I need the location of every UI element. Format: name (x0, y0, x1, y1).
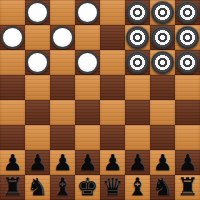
square-e7[interactable] (100, 25, 125, 50)
square-g3[interactable] (150, 125, 175, 150)
square-d8[interactable] (75, 0, 100, 25)
black-pawn[interactable]: ♟ (128, 150, 148, 175)
square-g4[interactable] (150, 100, 175, 125)
white-checker-king[interactable] (126, 51, 149, 74)
square-c3[interactable] (50, 125, 75, 150)
square-g2[interactable]: ♟ (150, 150, 175, 175)
white-checker-king[interactable] (176, 1, 199, 24)
square-a4[interactable] (0, 100, 25, 125)
square-c6[interactable] (50, 50, 75, 75)
square-f4[interactable] (125, 100, 150, 125)
white-checker-man[interactable] (76, 1, 99, 24)
square-b3[interactable] (25, 125, 50, 150)
white-checker-man[interactable] (76, 51, 99, 74)
square-e4[interactable] (100, 100, 125, 125)
square-d1[interactable]: ♚ (75, 175, 100, 200)
black-rook[interactable]: ♜ (177, 175, 199, 200)
white-checker-king[interactable] (126, 1, 149, 24)
square-b1[interactable]: ♞ (25, 175, 50, 200)
square-a2[interactable]: ♟ (0, 150, 25, 175)
square-g6[interactable] (150, 50, 175, 75)
square-b5[interactable] (25, 75, 50, 100)
square-h4[interactable] (175, 100, 200, 125)
square-e1[interactable]: ♛ (100, 175, 125, 200)
white-checker-king[interactable] (126, 26, 149, 49)
square-h7[interactable] (175, 25, 200, 50)
square-a1[interactable]: ♜ (0, 175, 25, 200)
square-d4[interactable] (75, 100, 100, 125)
square-a6[interactable] (0, 50, 25, 75)
square-c4[interactable] (50, 100, 75, 125)
black-rook[interactable]: ♜ (2, 175, 24, 200)
black-pawn[interactable]: ♟ (78, 150, 98, 175)
white-checker-king[interactable] (176, 51, 199, 74)
square-c1[interactable]: ♝ (50, 175, 75, 200)
white-checker-man[interactable] (51, 26, 74, 49)
square-e6[interactable] (100, 50, 125, 75)
square-f7[interactable] (125, 25, 150, 50)
square-h1[interactable]: ♜ (175, 175, 200, 200)
black-knight[interactable]: ♞ (152, 175, 174, 200)
square-d7[interactable] (75, 25, 100, 50)
square-a3[interactable] (0, 125, 25, 150)
square-h3[interactable] (175, 125, 200, 150)
white-checker-king[interactable] (151, 26, 174, 49)
square-d2[interactable]: ♟ (75, 150, 100, 175)
square-f8[interactable] (125, 0, 150, 25)
white-checker-man[interactable] (26, 51, 49, 74)
square-a7[interactable] (0, 25, 25, 50)
black-knight[interactable]: ♞ (27, 175, 49, 200)
square-e2[interactable]: ♟ (100, 150, 125, 175)
square-d5[interactable] (75, 75, 100, 100)
square-d6[interactable] (75, 50, 100, 75)
square-g8[interactable] (150, 0, 175, 25)
white-checker-king[interactable] (176, 26, 199, 49)
square-b2[interactable]: ♟ (25, 150, 50, 175)
square-b8[interactable] (25, 0, 50, 25)
square-c5[interactable] (50, 75, 75, 100)
black-king[interactable]: ♚ (77, 175, 99, 200)
square-f2[interactable]: ♟ (125, 150, 150, 175)
white-checker-man[interactable] (26, 1, 49, 24)
square-h2[interactable]: ♟ (175, 150, 200, 175)
square-e8[interactable] (100, 0, 125, 25)
square-d3[interactable] (75, 125, 100, 150)
board: ♟♟♟♟♟♟♟♟♜♞♝♚♛♝♞♜ (0, 0, 200, 200)
black-pawn[interactable]: ♟ (178, 150, 198, 175)
square-f1[interactable]: ♝ (125, 175, 150, 200)
square-f5[interactable] (125, 75, 150, 100)
square-g1[interactable]: ♞ (150, 175, 175, 200)
square-b6[interactable] (25, 50, 50, 75)
square-b7[interactable] (25, 25, 50, 50)
black-pawn[interactable]: ♟ (103, 150, 123, 175)
square-g7[interactable] (150, 25, 175, 50)
black-pawn[interactable]: ♟ (28, 150, 48, 175)
black-queen[interactable]: ♛ (102, 175, 124, 200)
square-h5[interactable] (175, 75, 200, 100)
square-g5[interactable] (150, 75, 175, 100)
square-f6[interactable] (125, 50, 150, 75)
square-h8[interactable] (175, 0, 200, 25)
square-h6[interactable] (175, 50, 200, 75)
black-pawn[interactable]: ♟ (3, 150, 23, 175)
square-b4[interactable] (25, 100, 50, 125)
square-f3[interactable] (125, 125, 150, 150)
white-checker-king[interactable] (151, 1, 174, 24)
black-bishop[interactable]: ♝ (52, 175, 74, 200)
black-pawn[interactable]: ♟ (53, 150, 73, 175)
white-checker-man[interactable] (1, 26, 24, 49)
square-c2[interactable]: ♟ (50, 150, 75, 175)
square-e5[interactable] (100, 75, 125, 100)
square-a5[interactable] (0, 75, 25, 100)
black-bishop[interactable]: ♝ (127, 175, 149, 200)
square-a8[interactable] (0, 0, 25, 25)
square-e3[interactable] (100, 125, 125, 150)
square-c7[interactable] (50, 25, 75, 50)
square-c8[interactable] (50, 0, 75, 25)
black-pawn[interactable]: ♟ (153, 150, 173, 175)
game-window: ♟♟♟♟♟♟♟♟♜♞♝♚♛♝♞♜ (0, 0, 200, 200)
white-checker-king[interactable] (151, 51, 174, 74)
